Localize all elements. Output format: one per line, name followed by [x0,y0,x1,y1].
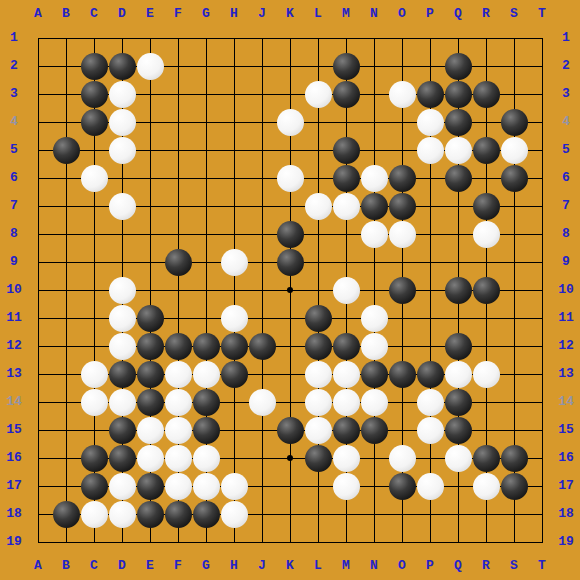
white-stone-G16 [193,445,220,472]
row-label-left-4: 4 [0,114,28,130]
white-stone-Q13 [445,361,472,388]
white-stone-D18 [109,501,136,528]
white-stone-C13 [81,361,108,388]
black-stone-R5 [473,137,500,164]
black-stone-S4 [501,109,528,136]
row-label-right-13: 13 [552,366,580,382]
board-cell-O3[interactable] [388,80,416,108]
col-label-bottom-O: O [388,558,416,574]
board-cell-D12[interactable] [108,332,136,360]
board-cell-M10[interactable] [332,276,360,304]
black-stone-M6 [333,165,360,192]
black-stone-L16 [305,445,332,472]
white-stone-L13 [305,361,332,388]
black-stone-Q6 [445,165,472,192]
board-cell-C13[interactable] [80,360,108,388]
black-stone-S6 [501,165,528,192]
board-cell-Q6[interactable] [444,164,472,192]
board-cell-L7[interactable] [304,192,332,220]
white-stone-K4 [277,109,304,136]
white-stone-O8 [389,221,416,248]
black-stone-H12 [221,333,248,360]
board-cell-B5[interactable] [52,136,80,164]
col-label-top-Q: Q [444,6,472,22]
white-stone-E2 [137,53,164,80]
board-cell-E11[interactable] [136,304,164,332]
board-cell-G15[interactable] [192,416,220,444]
board-cell-E18[interactable] [136,500,164,528]
star-point-K10 [287,287,293,293]
row-label-left-15: 15 [0,422,28,438]
board-cell-E12[interactable] [136,332,164,360]
board-cell-D2[interactable] [108,52,136,80]
board-cell-D10[interactable] [108,276,136,304]
col-label-bottom-E: E [136,558,164,574]
board-cell-N7[interactable] [360,192,388,220]
black-stone-M12 [333,333,360,360]
board-cell-Q3[interactable] [444,80,472,108]
white-stone-E15 [137,417,164,444]
row-label-left-16: 16 [0,450,28,466]
black-stone-Q12 [445,333,472,360]
board-cell-K16[interactable] [276,444,304,472]
board-cell-M3[interactable] [332,80,360,108]
white-stone-N14 [361,389,388,416]
board-cell-H13[interactable] [220,360,248,388]
board-cell-O6[interactable] [388,164,416,192]
board-cell-F9[interactable] [164,248,192,276]
board-cell-N11[interactable] [360,304,388,332]
row-label-left-3: 3 [0,86,28,102]
board-cell-C2[interactable] [80,52,108,80]
row-label-left-7: 7 [0,198,28,214]
white-stone-F15 [165,417,192,444]
black-stone-O10 [389,277,416,304]
board-cell-F13[interactable] [164,360,192,388]
black-stone-E13 [137,361,164,388]
board-cell-M2[interactable] [332,52,360,80]
col-label-bottom-Q: Q [444,558,472,574]
black-stone-N15 [361,417,388,444]
go-board[interactable] [24,24,556,556]
board-cell-E13[interactable] [136,360,164,388]
board-cell-Q2[interactable] [444,52,472,80]
col-label-bottom-L: L [304,558,332,574]
black-stone-H13 [221,361,248,388]
black-stone-E11 [137,305,164,332]
black-stone-G18 [193,501,220,528]
row-label-left-1: 1 [0,30,28,46]
row-label-right-15: 15 [552,422,580,438]
white-stone-R8 [473,221,500,248]
white-stone-F16 [165,445,192,472]
board-cell-F15[interactable] [164,416,192,444]
board-cell-P17[interactable] [416,472,444,500]
row-label-left-8: 8 [0,226,28,242]
row-label-left-14: 14 [0,394,28,410]
row-label-right-14: 14 [552,394,580,410]
board-cell-M15[interactable] [332,416,360,444]
board-cell-F12[interactable] [164,332,192,360]
board-cell-K4[interactable] [276,108,304,136]
black-stone-J12 [249,333,276,360]
board-cell-Q15[interactable] [444,416,472,444]
col-label-top-L: L [304,6,332,22]
board-cell-K9[interactable] [276,248,304,276]
board-cell-E15[interactable] [136,416,164,444]
black-stone-F12 [165,333,192,360]
white-stone-F17 [165,473,192,500]
white-stone-D10 [109,277,136,304]
black-stone-Q10 [445,277,472,304]
black-stone-N13 [361,361,388,388]
board-cell-D14[interactable] [108,388,136,416]
col-label-top-P: P [416,6,444,22]
board-cell-S17[interactable] [500,472,528,500]
col-label-bottom-M: M [332,558,360,574]
black-stone-E14 [137,389,164,416]
board-cell-N15[interactable] [360,416,388,444]
board-cell-E2[interactable] [136,52,164,80]
black-stone-Q15 [445,417,472,444]
white-stone-L3 [305,81,332,108]
board-cell-D7[interactable] [108,192,136,220]
board-cell-F17[interactable] [164,472,192,500]
black-stone-O17 [389,473,416,500]
go-board-page: AABBCCDDEEFFGGHHJJKKLLMMNNOOPPQQRRSSTT11… [0,0,580,580]
col-label-bottom-D: D [108,558,136,574]
board-cell-H17[interactable] [220,472,248,500]
row-label-right-9: 9 [552,254,580,270]
board-cell-G16[interactable] [192,444,220,472]
board-cell-P3[interactable] [416,80,444,108]
col-label-top-F: F [164,6,192,22]
board-cell-M6[interactable] [332,164,360,192]
black-stone-K15 [277,417,304,444]
board-cell-P4[interactable] [416,108,444,136]
col-label-top-K: K [276,6,304,22]
row-label-left-17: 17 [0,478,28,494]
row-label-right-16: 16 [552,450,580,466]
white-stone-H18 [221,501,248,528]
row-label-right-17: 17 [552,478,580,494]
white-stone-E16 [137,445,164,472]
black-stone-M5 [333,137,360,164]
col-label-bottom-P: P [416,558,444,574]
board-cell-H11[interactable] [220,304,248,332]
white-stone-D12 [109,333,136,360]
white-stone-C14 [81,389,108,416]
board-cell-K15[interactable] [276,416,304,444]
black-stone-K8 [277,221,304,248]
board-cell-D16[interactable] [108,444,136,472]
board-cell-L11[interactable] [304,304,332,332]
white-stone-J14 [249,389,276,416]
board-cell-Q16[interactable] [444,444,472,472]
board-cell-C16[interactable] [80,444,108,472]
col-label-top-C: C [80,6,108,22]
white-stone-L15 [305,417,332,444]
board-cell-R5[interactable] [472,136,500,164]
col-label-bottom-H: H [220,558,248,574]
board-cell-H12[interactable] [220,332,248,360]
col-label-bottom-G: G [192,558,220,574]
row-label-left-9: 9 [0,254,28,270]
white-stone-P15 [417,417,444,444]
black-stone-B18 [53,501,80,528]
board-cell-R3[interactable] [472,80,500,108]
black-stone-E18 [137,501,164,528]
black-stone-E17 [137,473,164,500]
black-stone-F9 [165,249,192,276]
white-stone-D11 [109,305,136,332]
row-label-left-19: 19 [0,534,28,550]
col-label-top-R: R [472,6,500,22]
board-cell-P5[interactable] [416,136,444,164]
row-label-right-7: 7 [552,198,580,214]
black-stone-C3 [81,81,108,108]
board-cell-D13[interactable] [108,360,136,388]
board-cell-M16[interactable] [332,444,360,472]
white-stone-R17 [473,473,500,500]
col-label-bottom-J: J [248,558,276,574]
board-cell-M17[interactable] [332,472,360,500]
white-stone-C18 [81,501,108,528]
board-cell-N12[interactable] [360,332,388,360]
white-stone-G13 [193,361,220,388]
black-stone-D16 [109,445,136,472]
black-stone-G14 [193,389,220,416]
board-cell-G18[interactable] [192,500,220,528]
board-cell-L13[interactable] [304,360,332,388]
board-cell-E16[interactable] [136,444,164,472]
white-stone-M14 [333,389,360,416]
col-label-top-J: J [248,6,276,22]
black-stone-E12 [137,333,164,360]
white-stone-L14 [305,389,332,416]
board-cell-R7[interactable] [472,192,500,220]
black-stone-C16 [81,445,108,472]
board-cell-S5[interactable] [500,136,528,164]
board-cell-C6[interactable] [80,164,108,192]
black-stone-Q14 [445,389,472,416]
row-label-right-5: 5 [552,142,580,158]
board-cell-J12[interactable] [248,332,276,360]
black-stone-M3 [333,81,360,108]
board-cell-O17[interactable] [388,472,416,500]
white-stone-R13 [473,361,500,388]
board-cell-H9[interactable] [220,248,248,276]
row-label-right-11: 11 [552,310,580,326]
black-stone-O6 [389,165,416,192]
row-label-left-2: 2 [0,58,28,74]
board-cell-C4[interactable] [80,108,108,136]
board-cell-Q10[interactable] [444,276,472,304]
black-stone-G15 [193,417,220,444]
row-label-right-3: 3 [552,86,580,102]
black-stone-C2 [81,53,108,80]
board-cell-Q5[interactable] [444,136,472,164]
board-cell-L16[interactable] [304,444,332,472]
board-cell-D17[interactable] [108,472,136,500]
board-cell-N8[interactable] [360,220,388,248]
board-cell-M14[interactable] [332,388,360,416]
board-cell-R17[interactable] [472,472,500,500]
board-cell-D4[interactable] [108,108,136,136]
board-cell-G12[interactable] [192,332,220,360]
col-label-top-D: D [108,6,136,22]
white-stone-M16 [333,445,360,472]
board-cell-C14[interactable] [80,388,108,416]
board-cell-D5[interactable] [108,136,136,164]
board-cell-C18[interactable] [80,500,108,528]
board-cell-P13[interactable] [416,360,444,388]
board-cell-H18[interactable] [220,500,248,528]
board-cell-D18[interactable] [108,500,136,528]
board-cell-S16[interactable] [500,444,528,472]
black-stone-P3 [417,81,444,108]
white-stone-L7 [305,193,332,220]
black-stone-S16 [501,445,528,472]
board-cell-F16[interactable] [164,444,192,472]
black-stone-L11 [305,305,332,332]
board-cell-E17[interactable] [136,472,164,500]
board-cell-J14[interactable] [248,388,276,416]
board-cell-L12[interactable] [304,332,332,360]
board-cell-O13[interactable] [388,360,416,388]
black-stone-R10 [473,277,500,304]
white-stone-D14 [109,389,136,416]
col-label-bottom-R: R [472,558,500,574]
board-cell-Q12[interactable] [444,332,472,360]
col-label-bottom-A: A [24,558,52,574]
board-cell-O7[interactable] [388,192,416,220]
col-label-top-M: M [332,6,360,22]
col-label-top-O: O [388,6,416,22]
row-label-right-1: 1 [552,30,580,46]
white-stone-D3 [109,81,136,108]
board-cell-K6[interactable] [276,164,304,192]
black-stone-R7 [473,193,500,220]
board-cell-G14[interactable] [192,388,220,416]
board-cell-D3[interactable] [108,80,136,108]
black-stone-S17 [501,473,528,500]
board-cell-F14[interactable] [164,388,192,416]
white-stone-K6 [277,165,304,192]
board-cell-O8[interactable] [388,220,416,248]
col-label-top-H: H [220,6,248,22]
board-cell-Q4[interactable] [444,108,472,136]
row-label-right-12: 12 [552,338,580,354]
white-stone-H11 [221,305,248,332]
board-cell-K10[interactable] [276,276,304,304]
black-stone-D2 [109,53,136,80]
black-stone-O13 [389,361,416,388]
row-label-left-10: 10 [0,282,28,298]
board-cell-M12[interactable] [332,332,360,360]
white-stone-N8 [361,221,388,248]
board-cell-K8[interactable] [276,220,304,248]
board-cell-S4[interactable] [500,108,528,136]
white-stone-P5 [417,137,444,164]
board-cell-G17[interactable] [192,472,220,500]
board-cell-Q13[interactable] [444,360,472,388]
white-stone-Q5 [445,137,472,164]
board-cell-G13[interactable] [192,360,220,388]
white-stone-S5 [501,137,528,164]
board-cell-S6[interactable] [500,164,528,192]
white-stone-G17 [193,473,220,500]
white-stone-H9 [221,249,248,276]
black-stone-G12 [193,333,220,360]
board-cell-M13[interactable] [332,360,360,388]
board-cell-C3[interactable] [80,80,108,108]
white-stone-M13 [333,361,360,388]
row-label-left-6: 6 [0,170,28,186]
board-cell-N14[interactable] [360,388,388,416]
black-stone-K9 [277,249,304,276]
black-stone-C17 [81,473,108,500]
white-stone-D4 [109,109,136,136]
board-cell-P15[interactable] [416,416,444,444]
board-cell-R10[interactable] [472,276,500,304]
board-cell-C17[interactable] [80,472,108,500]
board-cell-D11[interactable] [108,304,136,332]
white-stone-D5 [109,137,136,164]
board-cell-L3[interactable] [304,80,332,108]
board-cell-O16[interactable] [388,444,416,472]
board-cell-R8[interactable] [472,220,500,248]
row-label-left-12: 12 [0,338,28,354]
white-stone-M17 [333,473,360,500]
board-cell-N13[interactable] [360,360,388,388]
white-stone-O16 [389,445,416,472]
board-cell-R13[interactable] [472,360,500,388]
white-stone-F13 [165,361,192,388]
board-cell-E14[interactable] [136,388,164,416]
row-label-left-11: 11 [0,310,28,326]
board-cell-N6[interactable] [360,164,388,192]
row-label-right-18: 18 [552,506,580,522]
black-stone-Q3 [445,81,472,108]
black-stone-B5 [53,137,80,164]
board-cell-D15[interactable] [108,416,136,444]
board-cell-B18[interactable] [52,500,80,528]
col-label-top-A: A [24,6,52,22]
white-stone-N6 [361,165,388,192]
white-stone-P14 [417,389,444,416]
board-cell-L14[interactable] [304,388,332,416]
black-stone-O7 [389,193,416,220]
black-stone-F18 [165,501,192,528]
black-stone-N7 [361,193,388,220]
board-cell-O10[interactable] [388,276,416,304]
row-label-right-19: 19 [552,534,580,550]
board-cell-M5[interactable] [332,136,360,164]
board-cell-Q14[interactable] [444,388,472,416]
board-cell-P14[interactable] [416,388,444,416]
row-label-right-4: 4 [552,114,580,130]
black-stone-Q4 [445,109,472,136]
board-cell-M7[interactable] [332,192,360,220]
board-cell-F18[interactable] [164,500,192,528]
white-stone-P4 [417,109,444,136]
col-label-bottom-K: K [276,558,304,574]
col-label-top-G: G [192,6,220,22]
black-stone-M2 [333,53,360,80]
board-cell-R16[interactable] [472,444,500,472]
board-cell-L15[interactable] [304,416,332,444]
